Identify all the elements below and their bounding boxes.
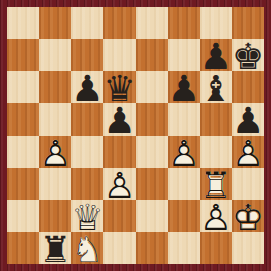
piece-white-queen-c2[interactable]: ♛♕: [71, 200, 103, 232]
square-a3[interactable]: [7, 168, 39, 200]
square-f1[interactable]: [168, 232, 200, 264]
white-pawn-outline-icon: ♙: [103, 170, 135, 202]
square-b8[interactable]: [39, 7, 71, 39]
square-e6[interactable]: [136, 71, 168, 103]
piece-black-pawn-f6[interactable]: ♟: [168, 71, 200, 103]
square-d5[interactable]: ♟: [103, 103, 135, 135]
board-frame: ♟♚♟♛♟♝♟♟♟♙♟♙♟♙♟♙♜♖♛♕♟♙♚♔♜♞♘: [0, 0, 271, 271]
square-b2[interactable]: [39, 200, 71, 232]
piece-black-rook-b1[interactable]: ♜: [39, 232, 71, 264]
square-f6[interactable]: ♟: [168, 71, 200, 103]
square-a8[interactable]: [7, 7, 39, 39]
square-a2[interactable]: [7, 200, 39, 232]
square-g4[interactable]: [200, 136, 232, 168]
black-pawn-icon: ♟: [168, 73, 200, 105]
piece-black-pawn-h5[interactable]: ♟: [232, 103, 264, 135]
square-a6[interactable]: [7, 71, 39, 103]
square-g2[interactable]: ♟♙: [200, 200, 232, 232]
square-h6[interactable]: [232, 71, 264, 103]
square-a1[interactable]: [7, 232, 39, 264]
square-e2[interactable]: [136, 200, 168, 232]
square-g6[interactable]: ♝: [200, 71, 232, 103]
square-b7[interactable]: [39, 39, 71, 71]
piece-white-pawn-h4[interactable]: ♟♙: [232, 136, 264, 168]
square-f4[interactable]: ♟♙: [168, 136, 200, 168]
piece-white-pawn-f4[interactable]: ♟♙: [168, 136, 200, 168]
square-h7[interactable]: ♚: [232, 39, 264, 71]
square-b6[interactable]: [39, 71, 71, 103]
square-b3[interactable]: [39, 168, 71, 200]
black-king-icon: ♚: [232, 41, 264, 73]
square-a5[interactable]: [7, 103, 39, 135]
square-e7[interactable]: [136, 39, 168, 71]
square-c3[interactable]: [71, 168, 103, 200]
square-f5[interactable]: [168, 103, 200, 135]
square-b1[interactable]: ♜: [39, 232, 71, 264]
piece-white-rook-g3[interactable]: ♜♖: [200, 168, 232, 200]
square-d2[interactable]: [103, 200, 135, 232]
square-f7[interactable]: [168, 39, 200, 71]
square-f2[interactable]: [168, 200, 200, 232]
square-c6[interactable]: ♟: [71, 71, 103, 103]
piece-black-bishop-g6[interactable]: ♝: [200, 71, 232, 103]
square-f8[interactable]: [168, 7, 200, 39]
square-d4[interactable]: [103, 136, 135, 168]
square-h4[interactable]: ♟♙: [232, 136, 264, 168]
square-g3[interactable]: ♜♖: [200, 168, 232, 200]
square-c2[interactable]: ♛♕: [71, 200, 103, 232]
piece-white-pawn-b4[interactable]: ♟♙: [39, 136, 71, 168]
square-d1[interactable]: [103, 232, 135, 264]
square-e5[interactable]: [136, 103, 168, 135]
square-c5[interactable]: [71, 103, 103, 135]
square-c8[interactable]: [71, 7, 103, 39]
square-d7[interactable]: [103, 39, 135, 71]
piece-black-pawn-d5[interactable]: ♟: [103, 103, 135, 135]
piece-white-king-h2[interactable]: ♚♔: [232, 200, 264, 232]
white-knight-outline-icon: ♘: [71, 234, 103, 266]
square-b5[interactable]: [39, 103, 71, 135]
square-g5[interactable]: [200, 103, 232, 135]
piece-black-pawn-c6[interactable]: ♟: [71, 71, 103, 103]
black-rook-icon: ♜: [39, 234, 71, 266]
white-pawn-outline-icon: ♙: [39, 138, 71, 170]
square-c7[interactable]: [71, 39, 103, 71]
square-d8[interactable]: [103, 7, 135, 39]
square-c4[interactable]: [71, 136, 103, 168]
square-f3[interactable]: [168, 168, 200, 200]
square-h1[interactable]: [232, 232, 264, 264]
square-g1[interactable]: [200, 232, 232, 264]
square-a7[interactable]: [7, 39, 39, 71]
piece-white-pawn-d3[interactable]: ♟♙: [103, 168, 135, 200]
square-b4[interactable]: ♟♙: [39, 136, 71, 168]
square-a4[interactable]: [7, 136, 39, 168]
black-pawn-icon: ♟: [103, 105, 135, 137]
square-e4[interactable]: [136, 136, 168, 168]
square-h2[interactable]: ♚♔: [232, 200, 264, 232]
square-e3[interactable]: [136, 168, 168, 200]
square-h5[interactable]: ♟: [232, 103, 264, 135]
square-d3[interactable]: ♟♙: [103, 168, 135, 200]
square-g7[interactable]: ♟: [200, 39, 232, 71]
square-g8[interactable]: [200, 7, 232, 39]
piece-white-knight-c1[interactable]: ♞♘: [71, 232, 103, 264]
piece-black-queen-d6[interactable]: ♛: [103, 71, 135, 103]
black-bishop-icon: ♝: [200, 73, 232, 105]
square-h8[interactable]: [232, 7, 264, 39]
piece-black-pawn-g7[interactable]: ♟: [200, 39, 232, 71]
piece-black-king-h7[interactable]: ♚: [232, 39, 264, 71]
black-pawn-icon: ♟: [71, 73, 103, 105]
square-e1[interactable]: [136, 232, 168, 264]
chess-board: ♟♚♟♛♟♝♟♟♟♙♟♙♟♙♟♙♜♖♛♕♟♙♚♔♜♞♘: [7, 7, 264, 264]
white-pawn-outline-icon: ♙: [168, 138, 200, 170]
square-c1[interactable]: ♞♘: [71, 232, 103, 264]
piece-white-pawn-g2[interactable]: ♟♙: [200, 200, 232, 232]
white-king-outline-icon: ♔: [232, 202, 264, 234]
white-pawn-outline-icon: ♙: [200, 202, 232, 234]
white-pawn-outline-icon: ♙: [232, 138, 264, 170]
square-d6[interactable]: ♛: [103, 71, 135, 103]
square-h3[interactable]: [232, 168, 264, 200]
square-e8[interactable]: [136, 7, 168, 39]
